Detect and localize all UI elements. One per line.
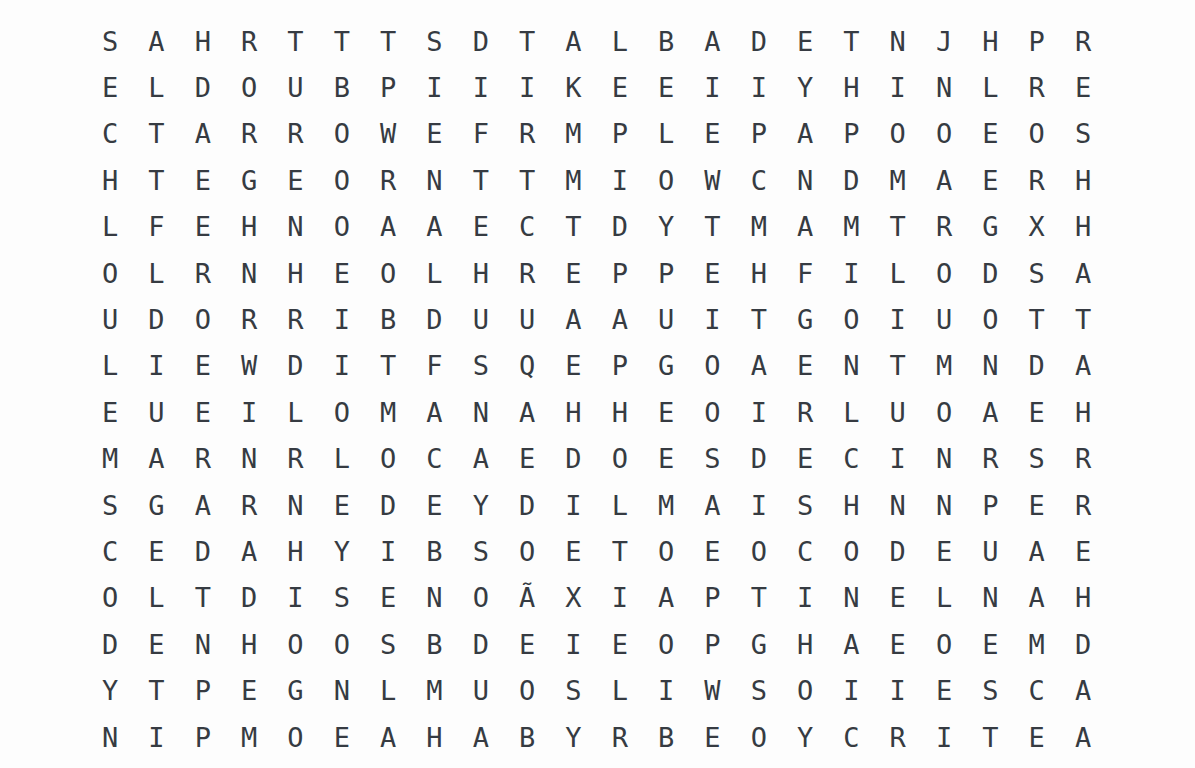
grid-cell-r1c19[interactable]: J [921,18,967,64]
grid-cell-r16c9[interactable]: A [458,714,504,760]
grid-cell-r1c9[interactable]: D [458,18,504,64]
grid-cell-r10c17[interactable]: C [828,436,874,482]
grid-cell-r15c20[interactable]: S [967,667,1013,713]
grid-cell-r11c13[interactable]: M [643,482,689,528]
grid-cell-r3c14[interactable]: E [689,111,735,157]
grid-cell-r16c16[interactable]: Y [782,714,828,760]
grid-cell-r9c6[interactable]: O [319,389,365,435]
grid-cell-r12c10[interactable]: O [504,528,550,574]
grid-cell-r6c20[interactable]: D [967,250,1013,296]
grid-cell-r6c18[interactable]: L [875,250,921,296]
grid-cell-r1c4[interactable]: R [226,18,272,64]
grid-cell-r9c11[interactable]: H [550,389,596,435]
grid-cell-r11c14[interactable]: A [689,482,735,528]
grid-cell-r1c7[interactable]: T [365,18,411,64]
grid-cell-r11c4[interactable]: R [226,482,272,528]
grid-cell-r10c8[interactable]: C [411,436,457,482]
grid-cell-r8c17[interactable]: N [828,343,874,389]
grid-cell-r7c12[interactable]: A [597,296,643,342]
grid-cell-r11c8[interactable]: E [411,482,457,528]
grid-cell-r5c22[interactable]: H [1060,204,1106,250]
grid-cell-r15c11[interactable]: S [550,667,596,713]
grid-cell-r16c17[interactable]: C [828,714,874,760]
grid-cell-r13c6[interactable]: S [319,575,365,621]
grid-cell-r2c17[interactable]: H [828,64,874,110]
grid-cell-r5c6[interactable]: O [319,204,365,250]
grid-cell-r12c18[interactable]: D [875,528,921,574]
grid-cell-r9c1[interactable]: E [87,389,133,435]
grid-cell-r4c3[interactable]: E [180,157,226,203]
grid-cell-r5c2[interactable]: F [133,204,179,250]
grid-cell-r3c18[interactable]: O [875,111,921,157]
grid-cell-r12c14[interactable]: E [689,528,735,574]
grid-cell-r5c21[interactable]: X [1014,204,1060,250]
grid-cell-r11c7[interactable]: D [365,482,411,528]
grid-cell-r5c16[interactable]: A [782,204,828,250]
grid-cell-r14c14[interactable]: P [689,621,735,667]
grid-cell-r13c15[interactable]: T [736,575,782,621]
grid-cell-r13c22[interactable]: H [1060,575,1106,621]
grid-cell-r8c13[interactable]: G [643,343,689,389]
grid-cell-r14c5[interactable]: O [272,621,318,667]
grid-cell-r1c8[interactable]: S [411,18,457,64]
grid-cell-r1c21[interactable]: P [1014,18,1060,64]
grid-cell-r8c20[interactable]: N [967,343,1013,389]
grid-cell-r11c20[interactable]: P [967,482,1013,528]
grid-cell-r16c21[interactable]: E [1014,714,1060,760]
grid-cell-r6c5[interactable]: H [272,250,318,296]
grid-cell-r3c7[interactable]: W [365,111,411,157]
grid-cell-r2c20[interactable]: L [967,64,1013,110]
grid-cell-r5c7[interactable]: A [365,204,411,250]
grid-cell-r9c15[interactable]: I [736,389,782,435]
grid-cell-r3c6[interactable]: O [319,111,365,157]
grid-cell-r14c16[interactable]: H [782,621,828,667]
grid-cell-r5c11[interactable]: T [550,204,596,250]
grid-cell-r16c18[interactable]: R [875,714,921,760]
grid-cell-r9c10[interactable]: A [504,389,550,435]
grid-cell-r1c22[interactable]: R [1060,18,1106,64]
grid-cell-r12c2[interactable]: E [133,528,179,574]
grid-cell-r4c11[interactable]: M [550,157,596,203]
grid-cell-r15c2[interactable]: T [133,667,179,713]
grid-cell-r9c21[interactable]: E [1014,389,1060,435]
grid-cell-r6c14[interactable]: E [689,250,735,296]
grid-cell-r13c21[interactable]: A [1014,575,1060,621]
grid-cell-r2c18[interactable]: I [875,64,921,110]
grid-cell-r5c17[interactable]: M [828,204,874,250]
grid-cell-r16c4[interactable]: M [226,714,272,760]
grid-cell-r2c21[interactable]: R [1014,64,1060,110]
grid-cell-r13c13[interactable]: A [643,575,689,621]
grid-cell-r12c21[interactable]: A [1014,528,1060,574]
grid-cell-r5c8[interactable]: A [411,204,457,250]
grid-cell-r14c3[interactable]: N [180,621,226,667]
grid-cell-r8c9[interactable]: S [458,343,504,389]
grid-cell-r9c7[interactable]: M [365,389,411,435]
grid-cell-r3c2[interactable]: T [133,111,179,157]
grid-cell-r13c16[interactable]: I [782,575,828,621]
grid-cell-r3c11[interactable]: M [550,111,596,157]
grid-cell-r15c9[interactable]: U [458,667,504,713]
grid-cell-r4c17[interactable]: D [828,157,874,203]
grid-cell-r7c16[interactable]: G [782,296,828,342]
grid-cell-r13c7[interactable]: E [365,575,411,621]
grid-cell-r2c19[interactable]: N [921,64,967,110]
grid-cell-r15c10[interactable]: O [504,667,550,713]
grid-cell-r7c21[interactable]: T [1014,296,1060,342]
grid-cell-r5c18[interactable]: T [875,204,921,250]
grid-cell-r14c17[interactable]: A [828,621,874,667]
grid-cell-r4c14[interactable]: W [689,157,735,203]
grid-cell-r15c18[interactable]: I [875,667,921,713]
grid-cell-r12c1[interactable]: C [87,528,133,574]
grid-cell-r4c21[interactable]: R [1014,157,1060,203]
grid-cell-r11c3[interactable]: A [180,482,226,528]
grid-cell-r8c14[interactable]: O [689,343,735,389]
grid-cell-r8c7[interactable]: T [365,343,411,389]
grid-cell-r9c18[interactable]: U [875,389,921,435]
grid-cell-r14c19[interactable]: O [921,621,967,667]
grid-cell-r12c4[interactable]: A [226,528,272,574]
grid-cell-r4c12[interactable]: I [597,157,643,203]
grid-cell-r2c10[interactable]: I [504,64,550,110]
grid-cell-r9c4[interactable]: I [226,389,272,435]
grid-cell-r2c3[interactable]: D [180,64,226,110]
grid-cell-r11c17[interactable]: H [828,482,874,528]
grid-cell-r14c1[interactable]: D [87,621,133,667]
grid-cell-r6c1[interactable]: O [87,250,133,296]
grid-cell-r14c13[interactable]: O [643,621,689,667]
grid-cell-r15c4[interactable]: E [226,667,272,713]
grid-cell-r11c1[interactable]: S [87,482,133,528]
grid-cell-r2c9[interactable]: I [458,64,504,110]
grid-cell-r4c13[interactable]: O [643,157,689,203]
grid-cell-r8c11[interactable]: E [550,343,596,389]
grid-cell-r11c19[interactable]: N [921,482,967,528]
grid-cell-r6c22[interactable]: A [1060,250,1106,296]
grid-cell-r15c13[interactable]: I [643,667,689,713]
grid-cell-r3c4[interactable]: R [226,111,272,157]
grid-cell-r10c3[interactable]: R [180,436,226,482]
grid-cell-r10c13[interactable]: E [643,436,689,482]
grid-cell-r15c22[interactable]: A [1060,667,1106,713]
grid-cell-r7c3[interactable]: O [180,296,226,342]
grid-cell-r8c22[interactable]: A [1060,343,1106,389]
grid-cell-r6c17[interactable]: I [828,250,874,296]
grid-cell-r2c5[interactable]: U [272,64,318,110]
grid-cell-r10c22[interactable]: R [1060,436,1106,482]
grid-cell-r3c13[interactable]: L [643,111,689,157]
grid-cell-r4c7[interactable]: R [365,157,411,203]
grid-cell-r11c21[interactable]: E [1014,482,1060,528]
grid-cell-r13c4[interactable]: D [226,575,272,621]
grid-cell-r7c17[interactable]: O [828,296,874,342]
grid-cell-r12c12[interactable]: T [597,528,643,574]
grid-cell-r5c15[interactable]: M [736,204,782,250]
grid-cell-r7c4[interactable]: R [226,296,272,342]
grid-cell-r9c13[interactable]: E [643,389,689,435]
grid-cell-r16c1[interactable]: N [87,714,133,760]
grid-cell-r7c13[interactable]: U [643,296,689,342]
grid-cell-r3c17[interactable]: P [828,111,874,157]
grid-cell-r5c3[interactable]: E [180,204,226,250]
grid-cell-r12c5[interactable]: H [272,528,318,574]
grid-cell-r9c5[interactable]: L [272,389,318,435]
grid-cell-r11c10[interactable]: D [504,482,550,528]
grid-cell-r7c18[interactable]: I [875,296,921,342]
grid-cell-r15c19[interactable]: E [921,667,967,713]
grid-cell-r6c4[interactable]: N [226,250,272,296]
grid-cell-r5c12[interactable]: D [597,204,643,250]
grid-cell-r7c8[interactable]: D [411,296,457,342]
grid-cell-r10c1[interactable]: M [87,436,133,482]
grid-cell-r7c10[interactable]: U [504,296,550,342]
grid-cell-r2c4[interactable]: O [226,64,272,110]
grid-cell-r3c10[interactable]: R [504,111,550,157]
grid-cell-r3c16[interactable]: A [782,111,828,157]
grid-cell-r7c19[interactable]: U [921,296,967,342]
grid-cell-r14c22[interactable]: D [1060,621,1106,667]
grid-cell-r5c19[interactable]: R [921,204,967,250]
grid-cell-r13c19[interactable]: L [921,575,967,621]
grid-cell-r2c1[interactable]: E [87,64,133,110]
grid-cell-r2c22[interactable]: E [1060,64,1106,110]
grid-cell-r10c4[interactable]: N [226,436,272,482]
grid-cell-r16c5[interactable]: O [272,714,318,760]
grid-cell-r16c12[interactable]: R [597,714,643,760]
grid-cell-r8c5[interactable]: D [272,343,318,389]
grid-cell-r6c2[interactable]: L [133,250,179,296]
grid-cell-r2c15[interactable]: I [736,64,782,110]
grid-cell-r3c9[interactable]: F [458,111,504,157]
grid-cell-r11c6[interactable]: E [319,482,365,528]
grid-cell-r16c2[interactable]: I [133,714,179,760]
grid-cell-r15c21[interactable]: C [1014,667,1060,713]
grid-cell-r2c11[interactable]: K [550,64,596,110]
grid-cell-r7c9[interactable]: U [458,296,504,342]
grid-cell-r16c6[interactable]: E [319,714,365,760]
grid-cell-r2c14[interactable]: I [689,64,735,110]
grid-cell-r13c14[interactable]: P [689,575,735,621]
grid-cell-r12c6[interactable]: Y [319,528,365,574]
grid-cell-r12c15[interactable]: O [736,528,782,574]
grid-cell-r2c2[interactable]: L [133,64,179,110]
grid-cell-r16c20[interactable]: T [967,714,1013,760]
grid-cell-r3c15[interactable]: P [736,111,782,157]
grid-cell-r9c3[interactable]: E [180,389,226,435]
grid-cell-r5c20[interactable]: G [967,204,1013,250]
grid-cell-r15c1[interactable]: Y [87,667,133,713]
grid-cell-r3c12[interactable]: P [597,111,643,157]
grid-cell-r16c22[interactable]: A [1060,714,1106,760]
grid-cell-r10c15[interactable]: D [736,436,782,482]
grid-cell-r8c12[interactable]: P [597,343,643,389]
grid-cell-r4c1[interactable]: H [87,157,133,203]
grid-cell-r4c8[interactable]: N [411,157,457,203]
grid-cell-r9c17[interactable]: L [828,389,874,435]
grid-cell-r7c2[interactable]: D [133,296,179,342]
grid-cell-r15c14[interactable]: W [689,667,735,713]
grid-cell-r15c7[interactable]: L [365,667,411,713]
grid-cell-r10c10[interactable]: E [504,436,550,482]
grid-cell-r16c10[interactable]: B [504,714,550,760]
grid-cell-r14c8[interactable]: B [411,621,457,667]
grid-cell-r9c12[interactable]: H [597,389,643,435]
grid-cell-r3c8[interactable]: E [411,111,457,157]
grid-cell-r2c8[interactable]: I [411,64,457,110]
grid-cell-r14c7[interactable]: S [365,621,411,667]
grid-cell-r7c5[interactable]: R [272,296,318,342]
grid-cell-r1c12[interactable]: L [597,18,643,64]
grid-cell-r13c20[interactable]: N [967,575,1013,621]
grid-cell-r12c22[interactable]: E [1060,528,1106,574]
grid-cell-r4c5[interactable]: E [272,157,318,203]
grid-cell-r14c4[interactable]: H [226,621,272,667]
grid-cell-r13c1[interactable]: O [87,575,133,621]
grid-cell-r14c12[interactable]: E [597,621,643,667]
grid-cell-r4c20[interactable]: E [967,157,1013,203]
grid-cell-r10c2[interactable]: A [133,436,179,482]
grid-cell-r13c17[interactable]: N [828,575,874,621]
grid-cell-r16c14[interactable]: E [689,714,735,760]
grid-cell-r1c13[interactable]: B [643,18,689,64]
grid-cell-r11c11[interactable]: I [550,482,596,528]
grid-cell-r4c9[interactable]: T [458,157,504,203]
grid-cell-r12c20[interactable]: U [967,528,1013,574]
grid-cell-r1c3[interactable]: H [180,18,226,64]
grid-cell-r8c15[interactable]: A [736,343,782,389]
grid-cell-r13c8[interactable]: N [411,575,457,621]
grid-cell-r6c15[interactable]: H [736,250,782,296]
grid-cell-r16c8[interactable]: H [411,714,457,760]
grid-cell-r14c20[interactable]: E [967,621,1013,667]
grid-cell-r13c9[interactable]: O [458,575,504,621]
grid-cell-r14c15[interactable]: G [736,621,782,667]
grid-cell-r4c4[interactable]: G [226,157,272,203]
grid-cell-r15c15[interactable]: S [736,667,782,713]
grid-cell-r10c7[interactable]: O [365,436,411,482]
grid-cell-r13c3[interactable]: T [180,575,226,621]
grid-cell-r16c3[interactable]: P [180,714,226,760]
grid-cell-r9c16[interactable]: R [782,389,828,435]
grid-cell-r8c2[interactable]: I [133,343,179,389]
grid-cell-r3c21[interactable]: O [1014,111,1060,157]
grid-cell-r7c1[interactable]: U [87,296,133,342]
grid-cell-r2c12[interactable]: E [597,64,643,110]
grid-cell-r6c8[interactable]: L [411,250,457,296]
grid-cell-r1c14[interactable]: A [689,18,735,64]
grid-cell-r1c5[interactable]: T [272,18,318,64]
grid-cell-r4c18[interactable]: M [875,157,921,203]
grid-cell-r11c9[interactable]: Y [458,482,504,528]
grid-cell-r3c1[interactable]: C [87,111,133,157]
grid-cell-r5c14[interactable]: T [689,204,735,250]
grid-cell-r11c16[interactable]: S [782,482,828,528]
grid-cell-r7c14[interactable]: I [689,296,735,342]
grid-cell-r1c16[interactable]: E [782,18,828,64]
grid-cell-r8c18[interactable]: T [875,343,921,389]
grid-cell-r1c2[interactable]: A [133,18,179,64]
grid-cell-r5c13[interactable]: Y [643,204,689,250]
grid-cell-r14c18[interactable]: E [875,621,921,667]
grid-cell-r7c6[interactable]: I [319,296,365,342]
grid-cell-r7c15[interactable]: T [736,296,782,342]
grid-cell-r14c9[interactable]: D [458,621,504,667]
grid-cell-r8c8[interactable]: F [411,343,457,389]
grid-cell-r11c18[interactable]: N [875,482,921,528]
grid-cell-r9c19[interactable]: O [921,389,967,435]
grid-cell-r7c11[interactable]: A [550,296,596,342]
grid-cell-r11c22[interactable]: R [1060,482,1106,528]
grid-cell-r4c2[interactable]: T [133,157,179,203]
grid-cell-r3c5[interactable]: R [272,111,318,157]
grid-cell-r12c3[interactable]: D [180,528,226,574]
grid-cell-r1c1[interactable]: S [87,18,133,64]
grid-cell-r15c12[interactable]: L [597,667,643,713]
grid-cell-r4c16[interactable]: N [782,157,828,203]
grid-cell-r4c6[interactable]: O [319,157,365,203]
grid-cell-r16c11[interactable]: Y [550,714,596,760]
grid-cell-r6c9[interactable]: H [458,250,504,296]
grid-cell-r8c3[interactable]: E [180,343,226,389]
grid-cell-r9c20[interactable]: A [967,389,1013,435]
grid-cell-r1c18[interactable]: N [875,18,921,64]
grid-cell-r7c22[interactable]: T [1060,296,1106,342]
grid-cell-r10c21[interactable]: S [1014,436,1060,482]
grid-cell-r1c17[interactable]: T [828,18,874,64]
grid-cell-r1c6[interactable]: T [319,18,365,64]
grid-cell-r6c19[interactable]: O [921,250,967,296]
grid-cell-r3c22[interactable]: S [1060,111,1106,157]
grid-cell-r1c20[interactable]: H [967,18,1013,64]
grid-cell-r13c11[interactable]: X [550,575,596,621]
grid-cell-r8c4[interactable]: W [226,343,272,389]
grid-cell-r15c6[interactable]: N [319,667,365,713]
grid-cell-r4c15[interactable]: C [736,157,782,203]
grid-cell-r14c6[interactable]: O [319,621,365,667]
grid-cell-r10c18[interactable]: I [875,436,921,482]
grid-cell-r9c14[interactable]: O [689,389,735,435]
grid-cell-r8c10[interactable]: Q [504,343,550,389]
grid-cell-r9c22[interactable]: H [1060,389,1106,435]
grid-cell-r9c9[interactable]: N [458,389,504,435]
grid-cell-r14c21[interactable]: M [1014,621,1060,667]
grid-cell-r8c16[interactable]: E [782,343,828,389]
grid-cell-r14c10[interactable]: E [504,621,550,667]
grid-cell-r6c7[interactable]: O [365,250,411,296]
grid-cell-r5c1[interactable]: L [87,204,133,250]
grid-cell-r8c1[interactable]: L [87,343,133,389]
grid-cell-r13c2[interactable]: L [133,575,179,621]
grid-cell-r1c15[interactable]: D [736,18,782,64]
grid-cell-r10c16[interactable]: E [782,436,828,482]
grid-cell-r10c20[interactable]: R [967,436,1013,482]
grid-cell-r3c3[interactable]: A [180,111,226,157]
grid-cell-r14c2[interactable]: E [133,621,179,667]
grid-cell-r12c13[interactable]: O [643,528,689,574]
grid-cell-r12c8[interactable]: B [411,528,457,574]
grid-cell-r6c11[interactable]: E [550,250,596,296]
grid-cell-r12c16[interactable]: C [782,528,828,574]
grid-cell-r16c15[interactable]: O [736,714,782,760]
grid-cell-r15c5[interactable]: G [272,667,318,713]
grid-cell-r13c5[interactable]: I [272,575,318,621]
grid-cell-r2c6[interactable]: B [319,64,365,110]
grid-cell-r8c19[interactable]: M [921,343,967,389]
grid-cell-r16c7[interactable]: A [365,714,411,760]
grid-cell-r7c20[interactable]: O [967,296,1013,342]
